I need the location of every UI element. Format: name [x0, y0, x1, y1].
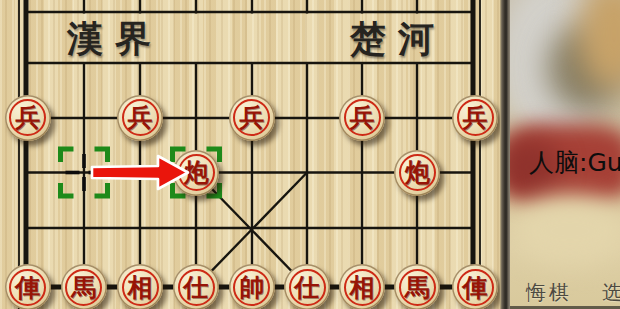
board-side-edge [500, 0, 510, 309]
move-arrow-layer [0, 0, 500, 309]
move-arrow-icon [92, 156, 188, 189]
choose-button-partial[interactable]: 选 [602, 279, 620, 306]
blurred-beige-area [510, 196, 620, 266]
undo-move-button[interactable]: 悔棋 [526, 279, 572, 306]
player-label: 人脑:Gu [529, 146, 620, 179]
xiangqi-app: 漢界 楚河 兵兵兵兵兵炮炮俥馬相仕帥仕相馬俥 人脑:Gu 悔棋 选 [0, 0, 620, 309]
sidebar: 人脑:Gu 悔棋 选 [510, 0, 620, 309]
board[interactable]: 漢界 楚河 兵兵兵兵兵炮炮俥馬相仕帥仕相馬俥 [0, 0, 500, 309]
